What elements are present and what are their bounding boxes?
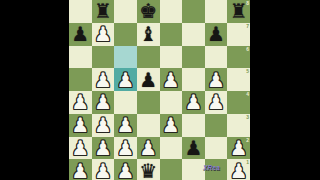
- black-bishop-piece: ♝: [139, 24, 157, 44]
- watermark: XRea: [203, 164, 220, 171]
- square-b1[interactable]: ♟: [92, 159, 115, 180]
- black-pawn-piece: ♟: [71, 24, 89, 44]
- square-b8[interactable]: ♜: [92, 0, 115, 23]
- square-e4[interactable]: [160, 91, 183, 114]
- letterbox-left: [0, 0, 69, 180]
- square-e7[interactable]: [160, 23, 183, 46]
- square-e8[interactable]: [160, 0, 183, 23]
- white-pawn-piece: ♟: [117, 138, 135, 158]
- square-b6[interactable]: [92, 46, 115, 69]
- black-rook-piece: ♜: [94, 1, 112, 21]
- square-b3[interactable]: ♟: [92, 114, 115, 137]
- black-pawn-piece: ♟: [184, 138, 202, 158]
- square-h6[interactable]: 6: [227, 46, 250, 69]
- square-b5[interactable]: ♟: [92, 68, 115, 91]
- square-d2[interactable]: ♟: [137, 137, 160, 160]
- chess-board: ♜♚♜8♟♟♝♟76♟♟♟♟♟5♟♟♟♟4♟♟♟♟3♟♟♟♟♟♟2♟♟♟♛♟1: [69, 0, 250, 180]
- black-pawn-piece: ♟: [207, 24, 225, 44]
- white-pawn-piece: ♟: [94, 70, 112, 90]
- square-d4[interactable]: [137, 91, 160, 114]
- rank-label-4: 4: [246, 91, 249, 97]
- square-a1[interactable]: ♟: [69, 159, 92, 180]
- square-b4[interactable]: ♟: [92, 91, 115, 114]
- rank-label-6: 6: [246, 46, 249, 52]
- square-d8[interactable]: ♚: [137, 0, 160, 23]
- square-e6[interactable]: [160, 46, 183, 69]
- square-c3[interactable]: ♟: [114, 114, 137, 137]
- square-a4[interactable]: ♟: [69, 91, 92, 114]
- square-a5[interactable]: [69, 68, 92, 91]
- rank-label-1: 1: [246, 159, 249, 165]
- rank-label-7: 7: [246, 23, 249, 29]
- square-f6[interactable]: [182, 46, 205, 69]
- black-queen-piece: ♛: [139, 161, 157, 180]
- square-e3[interactable]: ♟: [160, 114, 183, 137]
- black-king-piece: ♚: [139, 1, 157, 21]
- white-pawn-piece: ♟: [71, 115, 89, 135]
- square-a7[interactable]: ♟: [69, 23, 92, 46]
- square-d7[interactable]: ♝: [137, 23, 160, 46]
- square-h5[interactable]: 5: [227, 68, 250, 91]
- white-pawn-piece: ♟: [207, 70, 225, 90]
- white-pawn-piece: ♟: [94, 161, 112, 180]
- square-h2[interactable]: ♟2: [227, 137, 250, 160]
- white-pawn-piece: ♟: [139, 138, 157, 158]
- rank-label-2: 2: [246, 137, 249, 143]
- white-pawn-piece: ♟: [117, 161, 135, 180]
- square-c2[interactable]: ♟: [114, 137, 137, 160]
- square-h1[interactable]: ♟1: [227, 159, 250, 180]
- square-f2[interactable]: ♟: [182, 137, 205, 160]
- square-c7[interactable]: [114, 23, 137, 46]
- white-pawn-piece: ♟: [71, 92, 89, 112]
- square-d1[interactable]: ♛: [137, 159, 160, 180]
- white-pawn-piece: ♟: [230, 161, 248, 180]
- white-pawn-piece: ♟: [184, 92, 202, 112]
- square-g5[interactable]: ♟: [205, 68, 228, 91]
- square-g7[interactable]: ♟: [205, 23, 228, 46]
- square-e2[interactable]: [160, 137, 183, 160]
- square-f8[interactable]: [182, 0, 205, 23]
- square-g8[interactable]: [205, 0, 228, 23]
- square-e1[interactable]: [160, 159, 183, 180]
- square-c4[interactable]: [114, 91, 137, 114]
- white-pawn-piece: ♟: [94, 115, 112, 135]
- square-h7[interactable]: 7: [227, 23, 250, 46]
- square-f1[interactable]: [182, 159, 205, 180]
- white-pawn-piece: ♟: [71, 161, 89, 180]
- square-g3[interactable]: [205, 114, 228, 137]
- square-c1[interactable]: ♟: [114, 159, 137, 180]
- square-e5[interactable]: ♟: [160, 68, 183, 91]
- letterbox-right: [250, 0, 320, 180]
- square-a8[interactable]: [69, 0, 92, 23]
- square-h3[interactable]: 3: [227, 114, 250, 137]
- white-pawn-piece: ♟: [207, 92, 225, 112]
- white-pawn-piece: ♟: [117, 70, 135, 90]
- square-g4[interactable]: ♟: [205, 91, 228, 114]
- white-pawn-piece: ♟: [94, 92, 112, 112]
- white-pawn-piece: ♟: [94, 24, 112, 44]
- square-g6[interactable]: [205, 46, 228, 69]
- square-f3[interactable]: [182, 114, 205, 137]
- video-frame: ♜♚♜8♟♟♝♟76♟♟♟♟♟5♟♟♟♟4♟♟♟♟3♟♟♟♟♟♟2♟♟♟♛♟1 …: [0, 0, 320, 180]
- rank-label-5: 5: [246, 68, 249, 74]
- square-f4[interactable]: ♟: [182, 91, 205, 114]
- rank-label-8: 8: [246, 0, 249, 6]
- square-b7[interactable]: ♟: [92, 23, 115, 46]
- square-c8[interactable]: [114, 0, 137, 23]
- square-h4[interactable]: 4: [227, 91, 250, 114]
- square-f7[interactable]: [182, 23, 205, 46]
- square-d6[interactable]: [137, 46, 160, 69]
- white-pawn-piece: ♟: [71, 138, 89, 158]
- white-pawn-piece: ♟: [117, 115, 135, 135]
- black-pawn-piece: ♟: [139, 70, 157, 90]
- white-pawn-piece: ♟: [94, 138, 112, 158]
- square-h8[interactable]: ♜8: [227, 0, 250, 23]
- white-pawn-piece: ♟: [162, 70, 180, 90]
- square-c5[interactable]: ♟: [114, 68, 137, 91]
- black-rook-piece: ♜: [230, 1, 248, 21]
- square-d3[interactable]: [137, 114, 160, 137]
- square-g2[interactable]: [205, 137, 228, 160]
- white-pawn-piece: ♟: [230, 138, 248, 158]
- square-a6[interactable]: [69, 46, 92, 69]
- rank-label-3: 3: [246, 114, 249, 120]
- square-f5[interactable]: [182, 68, 205, 91]
- square-a3[interactable]: ♟: [69, 114, 92, 137]
- square-d5[interactable]: ♟: [137, 68, 160, 91]
- square-b2[interactable]: ♟: [92, 137, 115, 160]
- square-c6[interactable]: [114, 46, 137, 69]
- white-pawn-piece: ♟: [162, 115, 180, 135]
- square-a2[interactable]: ♟: [69, 137, 92, 160]
